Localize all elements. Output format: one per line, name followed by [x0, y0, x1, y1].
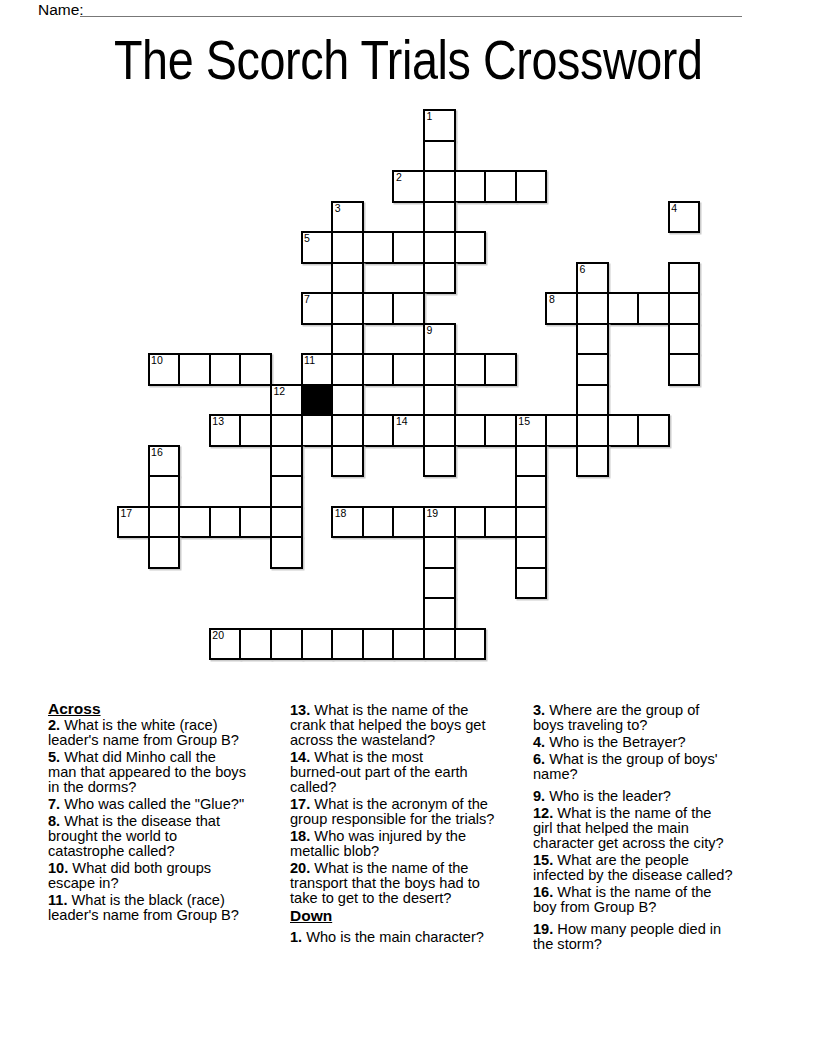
clue-15: 15. What are the peopleinfected by the d… — [533, 853, 733, 883]
clue-line: leader's name from Group B? — [48, 908, 246, 923]
clue-line: burned-out part of the earth — [290, 765, 494, 780]
cell-number: 14 — [396, 416, 408, 426]
answer-cell[interactable] — [423, 536, 456, 569]
clue-line: take to get to the desert? — [290, 891, 494, 906]
answer-cell[interactable] — [148, 536, 181, 569]
clue-number-label: 11. — [48, 892, 67, 908]
page-title-text: The Scorch Trials Crossword — [114, 30, 703, 91]
clue-line: 9. Who is the leader? — [533, 789, 733, 804]
clue-line: transport that the boys had to — [290, 876, 494, 891]
answer-cell[interactable] — [454, 414, 487, 447]
answer-cell[interactable] — [392, 353, 425, 386]
answer-cell[interactable] — [454, 170, 487, 203]
answer-cell[interactable] — [637, 414, 670, 447]
answer-cell[interactable] — [423, 170, 456, 203]
answer-cell[interactable] — [270, 445, 303, 478]
clue-line: crank that helped the boys get — [290, 718, 494, 733]
answer-cell[interactable] — [484, 506, 517, 539]
crossword-grid: 1234567891011121314151617181920 — [117, 109, 701, 661]
clue-line: 5. What did Minho call the — [48, 750, 246, 765]
answer-cell[interactable] — [239, 414, 272, 447]
cell-number: 15 — [518, 416, 530, 426]
answer-cell[interactable] — [331, 445, 364, 478]
answer-cell[interactable] — [484, 170, 517, 203]
clue-19: 19. How many people died inthe storm? — [533, 922, 733, 952]
answer-cell[interactable] — [423, 140, 456, 173]
cell-number: 11 — [304, 355, 315, 365]
clue-line: 2. What is the white (race) — [48, 718, 246, 733]
clue-line: man that appeared to the boys — [48, 765, 246, 780]
answer-cell[interactable] — [607, 414, 640, 447]
answer-cell[interactable] — [423, 231, 456, 264]
cell-number: 7 — [304, 294, 310, 304]
answer-cell[interactable] — [239, 353, 272, 386]
answer-cell[interactable] — [148, 506, 181, 539]
cell-number: 20 — [212, 630, 224, 640]
clue-number-label: 1. — [290, 929, 302, 945]
answer-cell[interactable] — [668, 353, 701, 386]
answer-cell[interactable] — [331, 414, 364, 447]
clue-13: 13. What is the name of thecrank that he… — [290, 703, 494, 748]
black-cell — [301, 384, 334, 417]
clue-line: 14. What is the most — [290, 750, 494, 765]
clue-number-label: 13. — [290, 702, 310, 718]
clue-line: the storm? — [533, 937, 733, 952]
clue-line: 17. What is the acronym of the — [290, 797, 494, 812]
answer-cell[interactable] — [607, 292, 640, 325]
cell-number: 16 — [151, 447, 163, 457]
clue-number-label: 18. — [290, 828, 310, 844]
answer-cell[interactable] — [576, 323, 609, 356]
answer-cell[interactable] — [392, 292, 425, 325]
answer-cell[interactable] — [484, 414, 517, 447]
cell-number: 18 — [335, 508, 347, 518]
clue-number-label: 9. — [533, 788, 545, 804]
clue-line: 15. What are the people — [533, 853, 733, 868]
answer-cell[interactable] — [270, 628, 303, 661]
answer-cell[interactable] — [423, 201, 456, 234]
clue-line: 19. How many people died in — [533, 922, 733, 937]
clue-number-label: 20. — [290, 860, 310, 876]
answer-cell[interactable] — [331, 628, 364, 661]
answer-cell[interactable] — [576, 414, 609, 447]
clue-line: metallic blob? — [290, 844, 494, 859]
clue-number-label: 5. — [48, 749, 60, 765]
clue-line: catastrophe called? — [48, 844, 246, 859]
clue-line: in the dorms? — [48, 780, 246, 795]
clue-line: 16. What is the name of the — [533, 885, 733, 900]
answer-cell[interactable] — [576, 445, 609, 478]
clue-number-label: 3. — [533, 702, 545, 718]
clue-line: 10. What did both groups — [48, 861, 246, 876]
cell-number: 9 — [427, 325, 433, 335]
cell-number: 2 — [396, 172, 402, 182]
clue-line: brought the world to — [48, 829, 246, 844]
clue-3: 3. Where are the group ofboys traveling … — [533, 703, 733, 733]
answer-cell[interactable] — [301, 628, 334, 661]
clue-line: 1. Who is the main character? — [290, 930, 494, 945]
clue-number-label: 2. — [48, 717, 60, 733]
cell-number: 6 — [580, 264, 586, 274]
answer-cell[interactable] — [270, 536, 303, 569]
answer-cell[interactable] — [148, 475, 181, 508]
clue-line: called? — [290, 780, 494, 795]
cell-number: 5 — [304, 233, 310, 243]
clues-column-3: 3. Where are the group ofboys traveling … — [533, 701, 733, 952]
answer-cell[interactable] — [515, 506, 548, 539]
clue-number-label: 10. — [48, 860, 68, 876]
across-header: Across — [48, 701, 246, 716]
answer-cell[interactable] — [301, 414, 334, 447]
answer-cell[interactable] — [423, 414, 456, 447]
answer-cell[interactable] — [362, 628, 395, 661]
answer-cell[interactable] — [668, 262, 701, 295]
answer-cell[interactable] — [545, 414, 578, 447]
answer-cell[interactable] — [209, 506, 242, 539]
clue-11: 11. What is the black (race)leader's nam… — [48, 893, 246, 923]
clue-1: 1. Who is the main character? — [290, 930, 494, 945]
answer-cell[interactable] — [270, 475, 303, 508]
answer-cell[interactable] — [423, 628, 456, 661]
answer-cell[interactable] — [331, 231, 364, 264]
answer-cell[interactable] — [331, 353, 364, 386]
clue-8: 8. What is the disease thatbrought the w… — [48, 814, 246, 859]
answer-cell[interactable] — [362, 506, 395, 539]
clue-line: infected by the disease called? — [533, 868, 733, 883]
clue-14: 14. What is the mostburned-out part of t… — [290, 750, 494, 795]
answer-cell[interactable] — [423, 353, 456, 386]
clue-12: 12. What is the name of thegirl that hel… — [533, 806, 733, 851]
clue-line: 7. Who was called the "Glue?" — [48, 797, 246, 812]
clue-7: 7. Who was called the "Glue?" — [48, 797, 246, 812]
answer-cell[interactable] — [454, 506, 487, 539]
clue-5: 5. What did Minho call theman that appea… — [48, 750, 246, 795]
answer-cell[interactable] — [362, 292, 395, 325]
clue-number-label: 19. — [533, 921, 553, 937]
clue-line: boy from Group B? — [533, 900, 733, 915]
answer-cell[interactable] — [178, 353, 211, 386]
clue-line: leader's name from Group B? — [48, 733, 246, 748]
clue-number-label: 14. — [290, 749, 310, 765]
answer-cell[interactable] — [423, 262, 456, 295]
answer-cell[interactable] — [209, 353, 242, 386]
cell-number: 19 — [427, 508, 439, 518]
cell-number: 10 — [151, 355, 163, 365]
answer-cell[interactable] — [668, 292, 701, 325]
answer-cell[interactable] — [239, 628, 272, 661]
answer-cell[interactable] — [423, 445, 456, 478]
clue-10: 10. What did both groupsescape in? — [48, 861, 246, 891]
answer-cell[interactable] — [423, 597, 456, 630]
clue-2: 2. What is the white (race)leader's name… — [48, 718, 246, 748]
answer-cell[interactable] — [576, 384, 609, 417]
clue-line: 13. What is the name of the — [290, 703, 494, 718]
clue-line: escape in? — [48, 876, 246, 891]
answer-cell[interactable] — [331, 292, 364, 325]
clue-number-label: 15. — [533, 852, 553, 868]
answer-cell[interactable] — [239, 506, 272, 539]
clue-number-label: 17. — [290, 796, 310, 812]
clue-number-label: 4. — [533, 734, 545, 750]
clue-line: group responsible for the trials? — [290, 812, 494, 827]
clues-column-2: 13. What is the name of thecrank that he… — [290, 701, 494, 945]
answer-cell[interactable] — [362, 414, 395, 447]
answer-cell[interactable] — [668, 323, 701, 356]
clue-line: 11. What is the black (race) — [48, 893, 246, 908]
clue-number-label: 6. — [533, 751, 545, 767]
cell-number: 17 — [121, 508, 133, 518]
answer-cell[interactable] — [515, 475, 548, 508]
cell-number: 3 — [335, 203, 341, 213]
clue-line: 3. Where are the group of — [533, 703, 733, 718]
clue-18: 18. Who was injured by themetallic blob? — [290, 829, 494, 859]
answer-cell[interactable] — [637, 292, 670, 325]
answer-cell[interactable] — [331, 384, 364, 417]
answer-cell[interactable] — [423, 384, 456, 417]
answer-cell[interactable] — [270, 506, 303, 539]
clue-line: boys traveling to? — [533, 718, 733, 733]
name-label: Name: — [38, 1, 84, 19]
answer-cell[interactable] — [454, 628, 487, 661]
clue-number-label: 16. — [533, 884, 553, 900]
clue-line: across the wasteland? — [290, 733, 494, 748]
answer-cell[interactable] — [392, 506, 425, 539]
answer-cell[interactable] — [331, 262, 364, 295]
clue-line: 20. What is the name of the — [290, 861, 494, 876]
clue-line: 18. Who was injured by the — [290, 829, 494, 844]
answer-cell[interactable] — [454, 353, 487, 386]
clue-line: 6. What is the group of boys' — [533, 752, 733, 767]
name-fill-line[interactable] — [80, 0, 742, 17]
answer-cell[interactable] — [270, 414, 303, 447]
clue-line: 8. What is the disease that — [48, 814, 246, 829]
clue-20: 20. What is the name of thetransport tha… — [290, 861, 494, 906]
answer-cell[interactable] — [484, 353, 517, 386]
clues-column-1: Across2. What is the white (race)leader'… — [48, 701, 246, 923]
cell-number: 1 — [427, 111, 433, 121]
clue-line: name? — [533, 767, 733, 782]
answer-cell[interactable] — [362, 231, 395, 264]
clue-4: 4. Who is the Betrayer? — [533, 735, 733, 750]
clue-17: 17. What is the acronym of thegroup resp… — [290, 797, 494, 827]
answer-cell[interactable] — [454, 231, 487, 264]
answer-cell[interactable] — [362, 353, 395, 386]
answer-cell[interactable] — [392, 628, 425, 661]
clue-number-label: 12. — [533, 805, 553, 821]
cell-number: 13 — [212, 416, 224, 426]
clue-16: 16. What is the name of theboy from Grou… — [533, 885, 733, 915]
answer-cell[interactable] — [392, 231, 425, 264]
clue-number-label: 8. — [48, 813, 60, 829]
clue-line: character get across the city? — [533, 836, 733, 851]
clue-number-label: 7. — [48, 796, 60, 812]
answer-cell[interactable] — [515, 445, 548, 478]
answer-cell[interactable] — [178, 506, 211, 539]
clue-line: girl that helped the main — [533, 821, 733, 836]
worksheet-page: Name: The Scorch Trials Crossword 123456… — [0, 0, 816, 1056]
down-header: Down — [290, 908, 494, 923]
clue-line: 12. What is the name of the — [533, 806, 733, 821]
answer-cell[interactable] — [576, 292, 609, 325]
clue-6: 6. What is the group of boys'name? — [533, 752, 733, 782]
answer-cell[interactable] — [331, 323, 364, 356]
answer-cell[interactable] — [515, 536, 548, 569]
cell-number: 4 — [671, 203, 677, 213]
clue-line: 4. Who is the Betrayer? — [533, 735, 733, 750]
cell-number: 8 — [549, 294, 555, 304]
answer-cell[interactable] — [515, 567, 548, 600]
cell-number: 12 — [274, 386, 286, 396]
answer-cell[interactable] — [423, 567, 456, 600]
page-title: The Scorch Trials Crossword — [0, 30, 816, 91]
clue-9: 9. Who is the leader? — [533, 789, 733, 804]
answer-cell[interactable] — [576, 353, 609, 386]
answer-cell[interactable] — [515, 170, 548, 203]
